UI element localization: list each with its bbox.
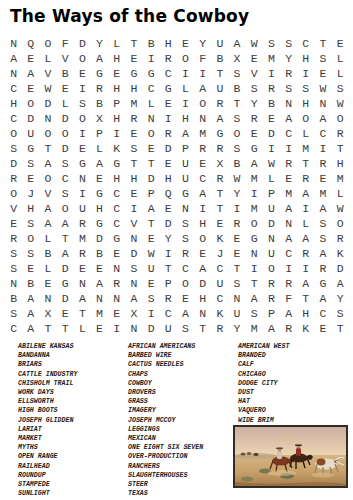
grid-cell: O (74, 111, 91, 126)
grid-cell: U (143, 261, 160, 276)
grid-cell: H (108, 111, 125, 126)
grid-cell: A (22, 321, 39, 336)
grid-cell: A (5, 51, 22, 66)
grid-cell: A (39, 201, 56, 216)
grid-cell: E (194, 246, 211, 261)
grid-cell: C (314, 306, 331, 321)
grid-cell: H (332, 156, 349, 171)
grid-cell: S (228, 66, 245, 81)
grid-cell: N (39, 291, 56, 306)
grid-cell: S (280, 36, 297, 51)
grid-cell: L (39, 51, 56, 66)
grid-cell: E (211, 216, 228, 231)
grid-cell: E (143, 276, 160, 291)
grid-cell: N (5, 276, 22, 291)
grid-cell: B (22, 276, 39, 291)
grid-cell: I (314, 141, 331, 156)
grid-cell: W (143, 246, 160, 261)
word-list-item: COWBOY (128, 379, 203, 388)
grid-cell: E (5, 216, 22, 231)
word-list-item: CALF (238, 360, 289, 369)
grid-cell: L (297, 216, 314, 231)
grid-cell: R (332, 126, 349, 141)
grid-cell: N (280, 96, 297, 111)
grid-cell: I (280, 141, 297, 156)
grid-cell: P (108, 96, 125, 111)
grid-cell: R (263, 291, 280, 306)
grid-cell: O (177, 276, 194, 291)
grid-cell: O (22, 96, 39, 111)
word-list-item: MEXICAN (128, 434, 203, 443)
grid-cell: G (74, 156, 91, 171)
grid-cell: C (143, 81, 160, 96)
grid-cell: I (263, 141, 280, 156)
word-list-item: OPEN RANGE (18, 452, 77, 461)
grid-cell: H (125, 171, 142, 186)
grid-cell: B (39, 246, 56, 261)
grid-cell: R (211, 321, 228, 336)
grid-cell: C (160, 306, 177, 321)
grid-cell: G (22, 141, 39, 156)
grid-cell: A (22, 306, 39, 321)
grid-cell: W (246, 36, 263, 51)
grid-cell: C (280, 126, 297, 141)
grid-cell: I (246, 186, 263, 201)
grid-cell: O (177, 51, 194, 66)
grid-cell: E (22, 81, 39, 96)
grid-cell: A (228, 36, 245, 51)
grid-cell: H (297, 96, 314, 111)
grid-cell: A (263, 321, 280, 336)
grid-cell: H (194, 216, 211, 231)
grid-cell: S (246, 81, 263, 96)
grid-cell: R (91, 81, 108, 96)
grid-cell: S (22, 246, 39, 261)
grid-cell: Y (246, 96, 263, 111)
grid-cell: G (211, 126, 228, 141)
grid-cell: U (22, 126, 39, 141)
grid-cell: T (39, 141, 56, 156)
grid-cell: A (297, 276, 314, 291)
grid-cell: G (125, 66, 142, 81)
word-list-item: CHISHOLM TRAIL (18, 379, 77, 388)
grid-cell: V (5, 201, 22, 216)
grid-cell: Y (194, 36, 211, 51)
grid-cell: G (246, 141, 263, 156)
grid-cell: N (5, 36, 22, 51)
grid-cell: R (280, 321, 297, 336)
grid-cell: K (108, 141, 125, 156)
grid-cell: E (125, 126, 142, 141)
grid-cell: C (280, 246, 297, 261)
grid-cell: E (228, 231, 245, 246)
grid-cell: K (297, 321, 314, 336)
grid-cell: C (108, 216, 125, 231)
grid-cell: S (332, 81, 349, 96)
grid-cell: T (211, 186, 228, 201)
grid-cell: E (57, 81, 74, 96)
grid-cell: O (297, 111, 314, 126)
grid-cell: T (228, 261, 245, 276)
grid-cell: V (57, 51, 74, 66)
grid-cell: E (228, 246, 245, 261)
grid-cell: N (108, 261, 125, 276)
grid-cell: W (228, 171, 245, 186)
grid-cell: E (246, 126, 263, 141)
grid-cell: A (194, 261, 211, 276)
grid-cell: H (160, 171, 177, 186)
grid-cell: E (91, 321, 108, 336)
grid-cell: T (332, 321, 349, 336)
grid-cell: E (91, 171, 108, 186)
grid-cell: R (297, 246, 314, 261)
grid-cell: H (297, 306, 314, 321)
grid-cell: S (5, 306, 22, 321)
grid-cell: O (263, 261, 280, 276)
word-list-item: JOSEPH MCCOY (128, 416, 203, 425)
word-list-item: GRASS (128, 397, 203, 406)
grid-cell: D (91, 231, 108, 246)
grid-cell: T (297, 156, 314, 171)
grid-cell: P (263, 306, 280, 321)
grid-cell: A (22, 291, 39, 306)
grid-cell: R (263, 81, 280, 96)
grid-cell: A (177, 306, 194, 321)
grid-cell: R (160, 51, 177, 66)
grid-cell: E (280, 171, 297, 186)
grid-cell: T (297, 291, 314, 306)
grid-cell: R (5, 171, 22, 186)
word-list-item: JOSEPH GLIDDEN (18, 416, 77, 425)
grid-cell: U (263, 246, 280, 261)
grid-cell: G (57, 276, 74, 291)
grid-cell: W (39, 81, 56, 96)
grid-cell: E (194, 156, 211, 171)
grid-cell: D (125, 246, 142, 261)
grid-cell: S (74, 96, 91, 111)
grid-cell: Q (160, 186, 177, 201)
word-list-item: RAILHEAD (18, 462, 77, 471)
grid-cell: H (22, 201, 39, 216)
word-list-item: IMAGERY (128, 406, 203, 415)
grid-cell: E (108, 66, 125, 81)
grid-cell: L (332, 51, 349, 66)
word-list-item: ELLSWORTH (18, 397, 77, 406)
grid-cell: R (177, 246, 194, 261)
grid-cell: S (57, 156, 74, 171)
grid-cell: F (57, 36, 74, 51)
grid-cell: B (91, 96, 108, 111)
grid-cell: X (39, 306, 56, 321)
grid-cell: K (211, 306, 228, 321)
grid-cell: O (22, 231, 39, 246)
grid-cell: H (108, 81, 125, 96)
grid-cell: J (22, 186, 39, 201)
grid-cell: I (297, 201, 314, 216)
grid-cell: C (5, 81, 22, 96)
grid-cell: O (143, 126, 160, 141)
grid-cell: E (160, 96, 177, 111)
grid-cell: M (246, 321, 263, 336)
grid-cell: N (91, 291, 108, 306)
grid-cell: A (57, 246, 74, 261)
grid-cell: T (228, 96, 245, 111)
grid-cell: T (246, 276, 263, 291)
grid-cell: L (177, 81, 194, 96)
word-list-item: CHICAGO (238, 370, 289, 379)
grid-cell: S (177, 321, 194, 336)
grid-cell: D (57, 111, 74, 126)
grid-cell: A (211, 111, 228, 126)
word-list-item: AMERICAN WEST (238, 342, 289, 351)
grid-cell: R (211, 96, 228, 111)
word-list-item: ABILENE KANSAS (18, 342, 77, 351)
grid-cell: R (5, 231, 22, 246)
grid-cell: A (280, 231, 297, 246)
grid-cell: N (74, 276, 91, 291)
grid-cell: T (211, 201, 228, 216)
grid-cell: D (5, 156, 22, 171)
grid-cell: D (263, 126, 280, 141)
word-list-item: BANDANNA (18, 351, 77, 360)
grid-cell: S (314, 51, 331, 66)
grid-cell: S (263, 36, 280, 51)
grid-cell: R (280, 66, 297, 81)
grid-cell: R (246, 111, 263, 126)
grid-cell: A (297, 231, 314, 246)
word-list-item: RANCHERS (128, 462, 203, 471)
grid-cell: R (263, 276, 280, 291)
grid-cell: A (246, 291, 263, 306)
grid-cell: F (194, 51, 211, 66)
grid-cell: I (280, 261, 297, 276)
grid-cell: A (177, 126, 194, 141)
grid-cell: D (143, 321, 160, 336)
grid-cell: K (332, 246, 349, 261)
grid-cell: T (74, 306, 91, 321)
grid-cell: D (332, 261, 349, 276)
grid-cell: C (314, 126, 331, 141)
grid-cell: A (297, 186, 314, 201)
puzzle-title: The Ways of the Cowboy (10, 6, 249, 26)
grid-cell: G (143, 66, 160, 81)
grid-cell: D (194, 276, 211, 291)
grid-cell: E (39, 276, 56, 291)
grid-cell: R (314, 156, 331, 171)
grid-cell: R (297, 171, 314, 186)
grid-cell: M (246, 171, 263, 186)
grid-cell: D (39, 96, 56, 111)
grid-cell: N (74, 171, 91, 186)
grid-cell: T (125, 156, 142, 171)
grid-cell: A (91, 276, 108, 291)
grid-cell: E (125, 186, 142, 201)
word-list-item: DODGE CITY (238, 379, 289, 388)
grid-cell: R (280, 156, 297, 171)
grid-cell: G (177, 186, 194, 201)
grid-cell: Y (91, 36, 108, 51)
grid-cell: W (314, 81, 331, 96)
grid-cell: A (314, 291, 331, 306)
grid-cell: I (246, 261, 263, 276)
grid-cell: T (314, 36, 331, 51)
grid-cell: R (108, 276, 125, 291)
grid-cell: B (263, 96, 280, 111)
grid-cell: I (160, 111, 177, 126)
grid-cell: A (280, 111, 297, 126)
grid-cell: E (22, 51, 39, 66)
grid-cell: O (194, 231, 211, 246)
grid-cell: E (74, 66, 91, 81)
grid-cell: D (160, 216, 177, 231)
grid-cell: E (143, 141, 160, 156)
grid-cell: U (211, 36, 228, 51)
cowboy-painting (233, 425, 348, 488)
grid-cell: V (39, 66, 56, 81)
grid-cell: S (5, 261, 22, 276)
grid-cell: X (211, 156, 228, 171)
grid-cell: U (263, 201, 280, 216)
grid-cell: H (177, 111, 194, 126)
grid-cell: M (91, 306, 108, 321)
grid-cell: I (74, 126, 91, 141)
grid-cell: E (314, 171, 331, 186)
grid-cell: D (57, 291, 74, 306)
grid-cell: M (314, 186, 331, 201)
grid-cell: R (332, 231, 349, 246)
grid-cell: E (108, 306, 125, 321)
grid-cell: N (108, 291, 125, 306)
grid-cell: D (22, 111, 39, 126)
grid-cell: G (108, 231, 125, 246)
grid-cell: E (263, 111, 280, 126)
grid-cell: E (22, 261, 39, 276)
grid-cell: L (39, 231, 56, 246)
grid-cell: C (5, 111, 22, 126)
grid-cell: O (246, 216, 263, 231)
grid-cell: G (108, 156, 125, 171)
grid-cell: B (228, 81, 245, 96)
grid-cell: E (143, 231, 160, 246)
grid-cell: W (332, 96, 349, 111)
grid-cell: B (228, 156, 245, 171)
grid-cell: N (280, 216, 297, 231)
grid-cell: B (57, 66, 74, 81)
grid-cell: H (5, 96, 22, 111)
grid-cell: A (74, 291, 91, 306)
grid-cell: C (160, 66, 177, 81)
grid-cell: O (332, 216, 349, 231)
grid-cell: Q (22, 36, 39, 51)
grid-cell: P (177, 141, 194, 156)
grid-cell: S (143, 291, 160, 306)
grid-cell: M (263, 51, 280, 66)
grid-cell: E (22, 171, 39, 186)
word-list-item: BRIARS (18, 360, 77, 369)
grid-cell: O (39, 36, 56, 51)
word-list-item: ONE EIGHT SIX SEVEN (128, 443, 203, 452)
grid-cell: I (177, 66, 194, 81)
grid-cell: O (39, 126, 56, 141)
grid-cell: L (263, 171, 280, 186)
grid-cell: X (125, 306, 142, 321)
grid-cell: B (143, 36, 160, 51)
grid-cell: N (246, 246, 263, 261)
grid-cell: O (228, 126, 245, 141)
grid-cell: D (57, 141, 74, 156)
grid-cell: D (160, 141, 177, 156)
grid-cell: L (297, 126, 314, 141)
grid-cell: S (228, 111, 245, 126)
grid-cell: S (314, 231, 331, 246)
grid-cell: U (160, 321, 177, 336)
grid-cell: B (211, 51, 228, 66)
grid-cell: N (263, 231, 280, 246)
grid-cell: S (5, 246, 22, 261)
word-list-item: DROVERS (128, 388, 203, 397)
grid-cell: A (314, 201, 331, 216)
grid-cell: C (108, 201, 125, 216)
grid-cell: O (57, 201, 74, 216)
grid-cell: W (263, 156, 280, 171)
grid-cell: C (108, 186, 125, 201)
grid-cell: E (160, 156, 177, 171)
grid-cell: A (332, 276, 349, 291)
grid-cell: I (263, 66, 280, 81)
grid-cell: R (228, 216, 245, 231)
grid-cell: S (22, 156, 39, 171)
grid-cell: N (125, 321, 142, 336)
grid-cell: N (125, 276, 142, 291)
word-list-item: HAT (238, 397, 289, 406)
grid-cell: L (108, 36, 125, 51)
grid-cell: I (125, 201, 142, 216)
grid-cell: O (39, 171, 56, 186)
grid-cell: C (177, 261, 194, 276)
grid-cell: N (143, 111, 160, 126)
grid-cell: D (74, 36, 91, 51)
grid-cell: A (194, 81, 211, 96)
grid-cell: D (143, 171, 160, 186)
grid-cell: H (125, 81, 142, 96)
grid-cell: U (211, 81, 228, 96)
grid-cell: C (194, 171, 211, 186)
grid-cell: T (160, 261, 177, 276)
grid-cell: I (143, 306, 160, 321)
grid-cell: U (228, 306, 245, 321)
grid-cell: T (57, 321, 74, 336)
grid-cell: R (160, 291, 177, 306)
grid-cell: S (177, 231, 194, 246)
grid-cell: E (74, 141, 91, 156)
grid-cell: I (228, 201, 245, 216)
grid-cell: Y (160, 231, 177, 246)
grid-cell: G (160, 81, 177, 96)
grid-cell: S (125, 141, 142, 156)
grid-cell: Y (280, 51, 297, 66)
grid-cell: O (194, 96, 211, 111)
grid-cell: R (160, 126, 177, 141)
word-list-item: STAMPEDE (18, 480, 77, 489)
cowboy-painting-art (235, 427, 346, 486)
word-list-item: VAQUERO (238, 406, 289, 415)
grid-cell: N (314, 96, 331, 111)
grid-cell: R (125, 111, 142, 126)
grid-cell: I (297, 66, 314, 81)
grid-cell: P (143, 186, 160, 201)
grid-cell: H (91, 201, 108, 216)
grid-cell: S (5, 141, 22, 156)
